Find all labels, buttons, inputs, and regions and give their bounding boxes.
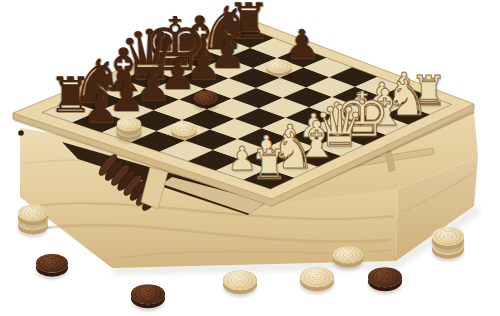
checker-light-loose-4[interactable] xyxy=(223,270,257,290)
checker-light-board-b5[interactable] xyxy=(171,122,196,137)
checker-dark-loose-2[interactable] xyxy=(36,254,68,273)
checker-dark-loose-3[interactable] xyxy=(131,284,165,304)
checker-light-loose-5[interactable] xyxy=(300,267,334,287)
checker-dark-loose-7[interactable] xyxy=(368,267,402,287)
piece-light-rook-a1[interactable]: ♜ xyxy=(251,144,288,185)
checker-light-loose-8-2[interactable] xyxy=(432,227,464,246)
piece-dark-pawn-a7[interactable]: ♟ xyxy=(82,88,118,128)
product-photo-scene: ♜♞♝♛♚♝♞♜♟♟♟♟♟♟♟♜♞♝♛♚♝♞♜♟♟♟♟♟♟♟♟ xyxy=(0,0,500,316)
pieces-layer: ♜♞♝♛♚♝♞♜♟♟♟♟♟♟♟♜♞♝♛♚♝♞♜♟♟♟♟♟♟♟♟ xyxy=(0,0,500,316)
piece-dark-pawn-h6[interactable]: ♟ xyxy=(284,24,320,64)
checker-light-board-a6-2[interactable] xyxy=(117,117,142,132)
checker-dark-board-d6[interactable] xyxy=(193,90,218,105)
checker-light-board-g6[interactable] xyxy=(266,59,291,74)
checker-light-loose-6[interactable] xyxy=(333,247,363,264)
